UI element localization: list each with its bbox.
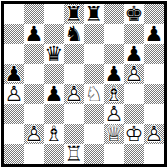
square-b8[interactable] xyxy=(24,4,44,24)
square-a1[interactable] xyxy=(4,144,24,164)
square-f2[interactable]: ♛♕ xyxy=(104,124,124,144)
white-rook-icon: ♜♖ xyxy=(64,144,84,164)
square-c5[interactable] xyxy=(44,64,64,84)
white-king-icon: ♚♔ xyxy=(124,124,144,144)
square-f8[interactable] xyxy=(104,4,124,24)
square-h6[interactable] xyxy=(144,44,164,64)
square-g7[interactable] xyxy=(124,24,144,44)
square-a4[interactable]: ♟♙ xyxy=(4,84,24,104)
square-b4[interactable] xyxy=(24,84,44,104)
square-c6[interactable]: ♛ xyxy=(44,44,64,64)
white-pawn-icon: ♟♙ xyxy=(64,84,84,104)
square-h2[interactable]: ♟♙ xyxy=(144,124,164,144)
square-g2[interactable]: ♚♔ xyxy=(124,124,144,144)
square-g8[interactable]: ♚ xyxy=(124,4,144,24)
square-h1[interactable] xyxy=(144,144,164,164)
square-g6[interactable]: ♟ xyxy=(124,44,144,64)
chess-board: ♜♜♚♟♞♟♛♟♟♟♟♙♟♙♟♟♙♞♘♝♗♟♙♟♙♝♗♛♕♚♔♟♙♜♖ xyxy=(4,4,164,164)
square-a2[interactable] xyxy=(4,124,24,144)
square-e1[interactable] xyxy=(84,144,104,164)
square-c3[interactable] xyxy=(44,104,64,124)
square-g5[interactable]: ♟♙ xyxy=(124,64,144,84)
square-a6[interactable] xyxy=(4,44,24,64)
square-e3[interactable] xyxy=(84,104,104,124)
square-h8[interactable] xyxy=(144,4,164,24)
white-pawn-icon: ♟♙ xyxy=(124,64,144,84)
black-pawn-icon: ♟ xyxy=(124,44,144,64)
black-rook-icon: ♜ xyxy=(64,4,84,24)
square-e4[interactable]: ♞♘ xyxy=(84,84,104,104)
black-pawn-icon: ♟ xyxy=(144,24,164,44)
white-pawn-icon: ♟♙ xyxy=(144,124,164,144)
square-h7[interactable]: ♟ xyxy=(144,24,164,44)
square-h3[interactable] xyxy=(144,104,164,124)
square-f1[interactable] xyxy=(104,144,124,164)
black-pawn-icon: ♟ xyxy=(44,84,64,104)
square-d2[interactable] xyxy=(64,124,84,144)
square-b5[interactable] xyxy=(24,64,44,84)
square-d1[interactable]: ♜♖ xyxy=(64,144,84,164)
square-c2[interactable]: ♝♗ xyxy=(44,124,64,144)
square-c4[interactable]: ♟ xyxy=(44,84,64,104)
black-queen-icon: ♛ xyxy=(44,44,64,64)
square-f6[interactable] xyxy=(104,44,124,64)
square-a3[interactable] xyxy=(4,104,24,124)
square-f4[interactable]: ♝♗ xyxy=(104,84,124,104)
square-e6[interactable] xyxy=(84,44,104,64)
square-c8[interactable] xyxy=(44,4,64,24)
square-c1[interactable] xyxy=(44,144,64,164)
square-e7[interactable] xyxy=(84,24,104,44)
white-pawn-icon: ♟♙ xyxy=(4,84,24,104)
square-a8[interactable] xyxy=(4,4,24,24)
white-pawn-icon: ♟♙ xyxy=(24,124,44,144)
white-queen-icon: ♛♕ xyxy=(104,124,124,144)
chess-diagram: ♜♜♚♟♞♟♛♟♟♟♟♙♟♙♟♟♙♞♘♝♗♟♙♟♙♝♗♛♕♚♔♟♙♜♖ xyxy=(0,0,168,168)
square-e8[interactable]: ♜ xyxy=(84,4,104,24)
square-f3[interactable]: ♟♙ xyxy=(104,104,124,124)
square-b2[interactable]: ♟♙ xyxy=(24,124,44,144)
square-a7[interactable] xyxy=(4,24,24,44)
square-c7[interactable] xyxy=(44,24,64,44)
square-b6[interactable] xyxy=(24,44,44,64)
board-frame: ♜♜♚♟♞♟♛♟♟♟♟♙♟♙♟♟♙♞♘♝♗♟♙♟♙♝♗♛♕♚♔♟♙♜♖ xyxy=(1,1,167,167)
square-b3[interactable] xyxy=(24,104,44,124)
black-king-icon: ♚ xyxy=(124,4,144,24)
square-h5[interactable] xyxy=(144,64,164,84)
square-g1[interactable] xyxy=(124,144,144,164)
white-pawn-icon: ♟♙ xyxy=(104,104,124,124)
square-f5[interactable]: ♟ xyxy=(104,64,124,84)
white-knight-icon: ♞♘ xyxy=(84,84,104,104)
white-bishop-icon: ♝♗ xyxy=(104,84,124,104)
white-bishop-icon: ♝♗ xyxy=(44,124,64,144)
square-d8[interactable]: ♜ xyxy=(64,4,84,24)
square-d7[interactable]: ♞ xyxy=(64,24,84,44)
black-pawn-icon: ♟ xyxy=(4,64,24,84)
square-d5[interactable] xyxy=(64,64,84,84)
square-d3[interactable] xyxy=(64,104,84,124)
black-pawn-icon: ♟ xyxy=(104,64,124,84)
square-a5[interactable]: ♟ xyxy=(4,64,24,84)
square-e5[interactable] xyxy=(84,64,104,84)
black-pawn-icon: ♟ xyxy=(24,24,44,44)
black-knight-icon: ♞ xyxy=(64,24,84,44)
black-rook-icon: ♜ xyxy=(84,4,104,24)
square-g3[interactable] xyxy=(124,104,144,124)
square-d6[interactable] xyxy=(64,44,84,64)
square-b7[interactable]: ♟ xyxy=(24,24,44,44)
square-b1[interactable] xyxy=(24,144,44,164)
square-h4[interactable] xyxy=(144,84,164,104)
square-e2[interactable] xyxy=(84,124,104,144)
square-f7[interactable] xyxy=(104,24,124,44)
square-g4[interactable] xyxy=(124,84,144,104)
square-d4[interactable]: ♟♙ xyxy=(64,84,84,104)
